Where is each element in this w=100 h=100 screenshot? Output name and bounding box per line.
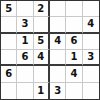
- cell-r5c6[interactable]: [83, 66, 99, 82]
- cell-r1c1[interactable]: 5: [1, 1, 17, 17]
- cell-r4c3[interactable]: 4: [34, 50, 50, 66]
- cell-r3c1[interactable]: [1, 34, 17, 50]
- cell-r2c3[interactable]: [34, 17, 50, 33]
- cell-r5c5[interactable]: 4: [66, 66, 82, 82]
- cell-r6c5[interactable]: [66, 83, 82, 99]
- cell-r4c2[interactable]: 6: [17, 50, 33, 66]
- sudoku-board: 5234154664136413: [0, 0, 100, 100]
- cell-r1c6[interactable]: [83, 1, 99, 17]
- cell-r6c2[interactable]: [17, 83, 33, 99]
- cell-r2c1[interactable]: [1, 17, 17, 33]
- cell-r2c2[interactable]: 3: [17, 17, 33, 33]
- cell-r4c5[interactable]: 1: [66, 50, 82, 66]
- cell-r6c3[interactable]: 1: [34, 83, 50, 99]
- cell-r2c6[interactable]: 4: [83, 17, 99, 33]
- cell-r6c4[interactable]: 3: [50, 83, 66, 99]
- cell-r4c1[interactable]: [1, 50, 17, 66]
- cell-r3c3[interactable]: 5: [34, 34, 50, 50]
- cell-r1c4[interactable]: [50, 1, 66, 17]
- cell-r2c5[interactable]: [66, 17, 82, 33]
- cell-r1c2[interactable]: [17, 1, 33, 17]
- cell-r6c1[interactable]: [1, 83, 17, 99]
- cell-r5c3[interactable]: [34, 66, 50, 82]
- cell-r2c4[interactable]: [50, 17, 66, 33]
- cell-r3c2[interactable]: 1: [17, 34, 33, 50]
- cell-r5c2[interactable]: [17, 66, 33, 82]
- cell-r3c6[interactable]: [83, 34, 99, 50]
- cell-r4c6[interactable]: 3: [83, 50, 99, 66]
- cell-r3c4[interactable]: 4: [50, 34, 66, 50]
- cell-r5c4[interactable]: [50, 66, 66, 82]
- cell-r1c3[interactable]: 2: [34, 1, 50, 17]
- cell-r4c4[interactable]: [50, 50, 66, 66]
- cell-r1c5[interactable]: [66, 1, 82, 17]
- cell-r3c5[interactable]: 6: [66, 34, 82, 50]
- cell-r6c6[interactable]: [83, 83, 99, 99]
- cell-r5c1[interactable]: 6: [1, 66, 17, 82]
